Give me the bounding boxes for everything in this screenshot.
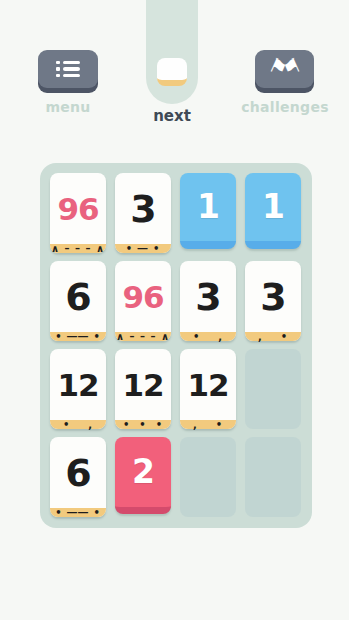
tile-number: 3 bbox=[195, 275, 220, 327]
tile-r2c3[interactable]: 3• , bbox=[180, 261, 236, 341]
tile-r1c4[interactable]: 1 bbox=[245, 173, 301, 253]
tile-number: 6 bbox=[65, 451, 90, 503]
card-12: 12, • bbox=[180, 349, 236, 429]
next-card-slot bbox=[146, 0, 198, 104]
tile-r1c1[interactable]: 96∧ – – – ∧ bbox=[50, 173, 106, 253]
next-label: next bbox=[136, 107, 208, 125]
card-feet-pattern: , • bbox=[245, 332, 301, 341]
crossed-flags-icon: ⚑⚑ bbox=[268, 56, 302, 82]
tile-r3c2[interactable]: 12• • • bbox=[115, 349, 171, 429]
card-3: 3• , bbox=[180, 261, 236, 341]
tile-r4c1[interactable]: 6• ―― • bbox=[50, 437, 106, 517]
empty-cell-r3c4 bbox=[245, 349, 301, 429]
card-feet-pattern: ∧ – – – ∧ bbox=[115, 332, 171, 341]
card-1: 1 bbox=[245, 173, 301, 249]
card-3: 3• ― • bbox=[115, 173, 171, 253]
tile-number: 3 bbox=[130, 187, 155, 239]
card-feet-pattern: • , bbox=[180, 332, 236, 341]
card-6: 6• ―― • bbox=[50, 437, 106, 517]
tile-r1c2[interactable]: 3• ― • bbox=[115, 173, 171, 253]
empty-cell-r4c3 bbox=[180, 437, 236, 517]
empty-cell-r4c4 bbox=[245, 437, 301, 517]
tile-r2c2[interactable]: 96∧ – – – ∧ bbox=[115, 261, 171, 341]
card-feet-pattern: • ―― • bbox=[50, 332, 106, 341]
card-feet-pattern: • • • bbox=[115, 420, 171, 429]
card-3: 3, • bbox=[245, 261, 301, 341]
card-feet-pattern: , • bbox=[180, 420, 236, 429]
game-board[interactable]: 96∧ – – – ∧3• ― •116• ―― •96∧ – – – ∧3• … bbox=[40, 163, 312, 528]
tile-r2c1[interactable]: 6• ―― • bbox=[50, 261, 106, 341]
card-96: 96∧ – – – ∧ bbox=[50, 173, 106, 253]
menu-button[interactable] bbox=[38, 50, 98, 88]
board-grid: 96∧ – – – ∧3• ― •116• ―― •96∧ – – – ∧3• … bbox=[50, 173, 302, 517]
menu-label: menu bbox=[38, 99, 98, 115]
tile-number: 6 bbox=[65, 275, 90, 327]
tile-number: 12 bbox=[122, 367, 163, 411]
tile-number: 12 bbox=[187, 367, 228, 411]
card-feet-pattern: ∧ – – – ∧ bbox=[50, 244, 106, 253]
list-icon bbox=[56, 61, 80, 78]
card-1: 1 bbox=[180, 173, 236, 249]
tile-r3c1[interactable]: 12• , bbox=[50, 349, 106, 429]
card-2: 2 bbox=[115, 437, 171, 514]
tile-number: 1 bbox=[262, 187, 284, 228]
card-6: 6• ―― • bbox=[50, 261, 106, 341]
tile-number: 96 bbox=[57, 191, 98, 235]
tile-number: 3 bbox=[260, 275, 285, 327]
challenges-label: challenges bbox=[233, 99, 337, 115]
card-feet-pattern: • ―― • bbox=[50, 508, 106, 517]
card-feet-pattern: • ― • bbox=[115, 244, 171, 253]
card-96: 96∧ – – – ∧ bbox=[115, 261, 171, 341]
card-feet-pattern: • , bbox=[50, 420, 106, 429]
next-card bbox=[157, 58, 187, 86]
card-12: 12• • • bbox=[115, 349, 171, 429]
challenges-button[interactable]: ⚑⚑ bbox=[255, 50, 314, 88]
card-12: 12• , bbox=[50, 349, 106, 429]
tile-r1c3[interactable]: 1 bbox=[180, 173, 236, 253]
tile-number: 12 bbox=[57, 367, 98, 411]
tile-r4c2[interactable]: 2 bbox=[115, 437, 171, 517]
tile-r2c4[interactable]: 3, • bbox=[245, 261, 301, 341]
tile-number: 1 bbox=[197, 187, 219, 228]
tile-number: 2 bbox=[132, 452, 154, 493]
tile-r3c3[interactable]: 12, • bbox=[180, 349, 236, 429]
tile-number: 96 bbox=[122, 279, 163, 323]
